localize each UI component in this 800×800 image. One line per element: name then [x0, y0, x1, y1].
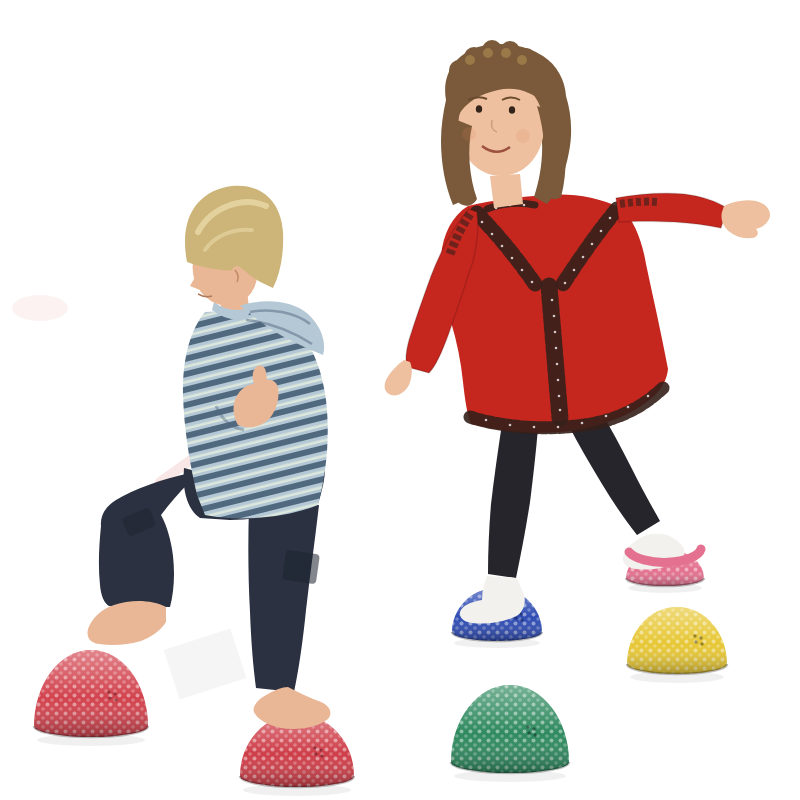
product-photo [0, 0, 800, 800]
girl-neck [490, 174, 523, 208]
boy-cargo-pocket-right [282, 550, 320, 584]
